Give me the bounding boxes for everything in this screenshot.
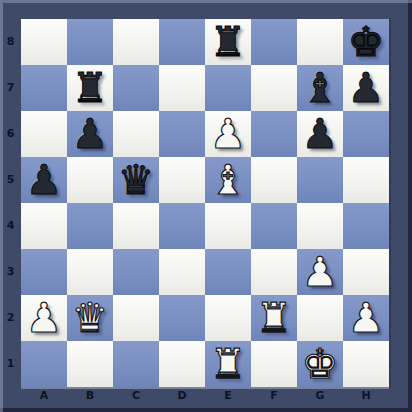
square-h1[interactable] xyxy=(343,341,389,387)
chess-board: ♜♚♜♝♟♟♟♟♟♛♝♟♟♛♜♟♜♚ xyxy=(21,19,389,387)
square-g2[interactable] xyxy=(297,295,343,341)
file-label-d: D xyxy=(159,386,205,408)
square-b7[interactable]: ♜ xyxy=(67,65,113,111)
square-f5[interactable] xyxy=(251,157,297,203)
square-f6[interactable] xyxy=(251,111,297,157)
file-label-a: A xyxy=(21,386,67,408)
piece-black-king-h8[interactable]: ♚ xyxy=(343,19,389,65)
square-c8[interactable] xyxy=(113,19,159,65)
piece-white-pawn-a2[interactable]: ♟ xyxy=(21,295,67,341)
piece-white-rook-f2[interactable]: ♜ xyxy=(251,295,297,341)
rank-label-1: 1 xyxy=(0,341,21,387)
square-h5[interactable] xyxy=(343,157,389,203)
square-e7[interactable] xyxy=(205,65,251,111)
square-g7[interactable]: ♝ xyxy=(297,65,343,111)
square-b8[interactable] xyxy=(67,19,113,65)
square-e1[interactable]: ♜ xyxy=(205,341,251,387)
piece-white-rook-e1[interactable]: ♜ xyxy=(205,341,251,387)
square-g4[interactable] xyxy=(297,203,343,249)
piece-black-pawn-g6[interactable]: ♟ xyxy=(297,111,343,157)
square-e8[interactable]: ♜ xyxy=(205,19,251,65)
file-label-e: E xyxy=(205,386,251,408)
square-d8[interactable] xyxy=(159,19,205,65)
square-h7[interactable]: ♟ xyxy=(343,65,389,111)
square-c3[interactable] xyxy=(113,249,159,295)
square-g5[interactable] xyxy=(297,157,343,203)
square-f1[interactable] xyxy=(251,341,297,387)
square-a4[interactable] xyxy=(21,203,67,249)
square-h4[interactable] xyxy=(343,203,389,249)
file-label-g: G xyxy=(297,386,343,408)
square-h6[interactable] xyxy=(343,111,389,157)
rank-label-6: 6 xyxy=(0,111,21,157)
rank-label-5: 5 xyxy=(0,157,21,203)
square-e5[interactable]: ♝ xyxy=(205,157,251,203)
rank-label-4: 4 xyxy=(0,203,21,249)
square-a1[interactable] xyxy=(21,341,67,387)
square-a6[interactable] xyxy=(21,111,67,157)
piece-white-queen-b2[interactable]: ♛ xyxy=(67,295,113,341)
square-a3[interactable] xyxy=(21,249,67,295)
piece-black-rook-b7[interactable]: ♜ xyxy=(67,65,113,111)
square-f8[interactable] xyxy=(251,19,297,65)
square-d3[interactable] xyxy=(159,249,205,295)
square-h2[interactable]: ♟ xyxy=(343,295,389,341)
square-c7[interactable] xyxy=(113,65,159,111)
square-g3[interactable]: ♟ xyxy=(297,249,343,295)
file-label-f: F xyxy=(251,386,297,408)
square-f7[interactable] xyxy=(251,65,297,111)
square-d4[interactable] xyxy=(159,203,205,249)
square-b1[interactable] xyxy=(67,341,113,387)
square-c2[interactable] xyxy=(113,295,159,341)
square-c4[interactable] xyxy=(113,203,159,249)
square-c1[interactable] xyxy=(113,341,159,387)
square-f3[interactable] xyxy=(251,249,297,295)
square-e4[interactable] xyxy=(205,203,251,249)
piece-white-pawn-e6[interactable]: ♟ xyxy=(205,111,251,157)
square-b4[interactable] xyxy=(67,203,113,249)
rank-label-2: 2 xyxy=(0,295,21,341)
square-f4[interactable] xyxy=(251,203,297,249)
piece-white-pawn-h2[interactable]: ♟ xyxy=(343,295,389,341)
piece-white-king-g1[interactable]: ♚ xyxy=(297,341,343,387)
square-e2[interactable] xyxy=(205,295,251,341)
square-a7[interactable] xyxy=(21,65,67,111)
square-h3[interactable] xyxy=(343,249,389,295)
square-g6[interactable]: ♟ xyxy=(297,111,343,157)
square-f2[interactable]: ♜ xyxy=(251,295,297,341)
square-d7[interactable] xyxy=(159,65,205,111)
square-g8[interactable] xyxy=(297,19,343,65)
rank-label-7: 7 xyxy=(0,65,21,111)
square-e3[interactable] xyxy=(205,249,251,295)
piece-black-rook-e8[interactable]: ♜ xyxy=(205,19,251,65)
square-c6[interactable] xyxy=(113,111,159,157)
square-b5[interactable] xyxy=(67,157,113,203)
square-a5[interactable]: ♟ xyxy=(21,157,67,203)
file-label-c: C xyxy=(113,386,159,408)
file-label-h: H xyxy=(343,386,389,408)
board-frame: ♜♚♜♝♟♟♟♟♟♛♝♟♟♛♜♟♜♚ 87654321 ABCDEFGH xyxy=(0,0,412,412)
rank-label-8: 8 xyxy=(0,19,21,65)
square-d2[interactable] xyxy=(159,295,205,341)
square-d6[interactable] xyxy=(159,111,205,157)
piece-black-pawn-h7[interactable]: ♟ xyxy=(343,65,389,111)
piece-black-bishop-g7[interactable]: ♝ xyxy=(297,65,343,111)
piece-black-pawn-b6[interactable]: ♟ xyxy=(67,111,113,157)
rank-label-3: 3 xyxy=(0,249,21,295)
square-a8[interactable] xyxy=(21,19,67,65)
square-b6[interactable]: ♟ xyxy=(67,111,113,157)
square-a2[interactable]: ♟ xyxy=(21,295,67,341)
square-e6[interactable]: ♟ xyxy=(205,111,251,157)
piece-white-bishop-e5[interactable]: ♝ xyxy=(205,157,251,203)
file-label-b: B xyxy=(67,386,113,408)
square-g1[interactable]: ♚ xyxy=(297,341,343,387)
piece-black-pawn-a5[interactable]: ♟ xyxy=(21,157,67,203)
piece-black-queen-c5[interactable]: ♛ xyxy=(113,157,159,203)
square-d5[interactable] xyxy=(159,157,205,203)
square-b2[interactable]: ♛ xyxy=(67,295,113,341)
square-b3[interactable] xyxy=(67,249,113,295)
square-d1[interactable] xyxy=(159,341,205,387)
piece-white-pawn-g3[interactable]: ♟ xyxy=(297,249,343,295)
square-c5[interactable]: ♛ xyxy=(113,157,159,203)
square-h8[interactable]: ♚ xyxy=(343,19,389,65)
